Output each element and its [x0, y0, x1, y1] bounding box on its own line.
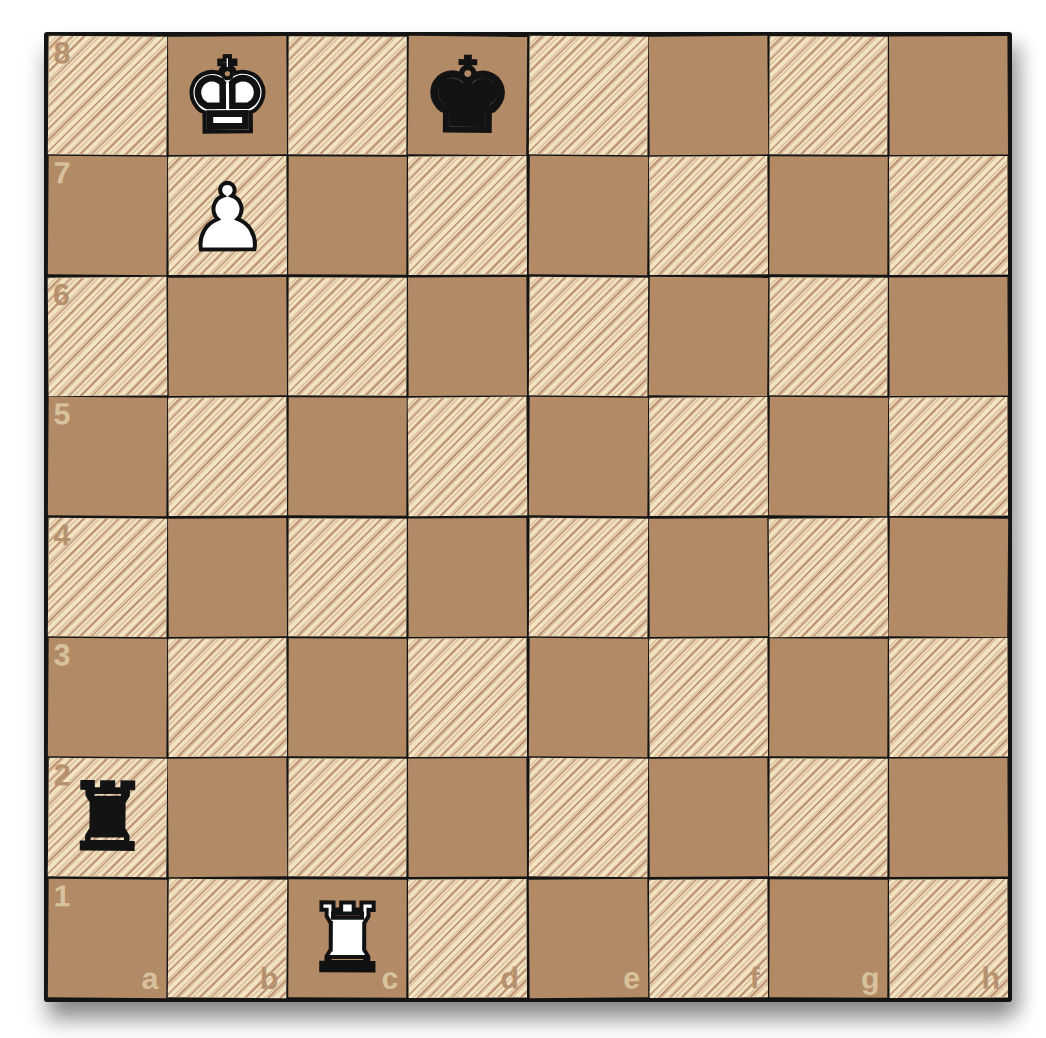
- square-c2[interactable]: [288, 758, 407, 877]
- white-king-icon[interactable]: ♚: [168, 36, 287, 155]
- file-label-e: e: [623, 963, 640, 994]
- square-c5[interactable]: [288, 397, 407, 516]
- square-d7[interactable]: [408, 156, 527, 275]
- square-g6[interactable]: [769, 277, 888, 396]
- rank-label-7: 7: [53, 158, 70, 189]
- chess-board-frame: 8♚♚7♟65432♜1abc♜defgh: [44, 32, 1012, 1002]
- square-g3[interactable]: [769, 638, 888, 757]
- square-g7[interactable]: [769, 157, 888, 276]
- file-label-g: g: [861, 963, 880, 993]
- square-h6[interactable]: [889, 277, 1008, 396]
- black-king-icon[interactable]: ♚: [408, 36, 528, 156]
- square-a8[interactable]: 8: [48, 36, 167, 156]
- square-b5[interactable]: [168, 397, 287, 516]
- square-f5[interactable]: [649, 397, 768, 516]
- square-e5[interactable]: [528, 397, 647, 517]
- square-g8[interactable]: [769, 36, 888, 155]
- rank-label-1: 1: [53, 881, 70, 912]
- square-b7[interactable]: ♟: [168, 156, 287, 275]
- rank-label-8: 8: [53, 38, 70, 69]
- square-e7[interactable]: [528, 156, 648, 276]
- rank-label-5: 5: [53, 399, 70, 430]
- square-a6[interactable]: 6: [48, 276, 168, 396]
- square-d2[interactable]: [408, 758, 527, 877]
- square-b4[interactable]: [168, 518, 287, 637]
- file-label-f: f: [749, 963, 759, 993]
- square-f6[interactable]: [648, 277, 768, 397]
- file-label-b: b: [260, 964, 279, 995]
- square-f7[interactable]: [649, 156, 768, 275]
- square-e4[interactable]: [528, 517, 647, 637]
- square-d8[interactable]: ♚: [408, 36, 528, 156]
- square-b3[interactable]: [168, 638, 287, 757]
- white-rook-icon[interactable]: ♜: [288, 879, 407, 998]
- square-d1[interactable]: d: [408, 879, 527, 998]
- square-d3[interactable]: [408, 638, 527, 757]
- square-d4[interactable]: [408, 518, 527, 637]
- square-d6[interactable]: [408, 277, 527, 396]
- file-label-a: a: [142, 964, 159, 995]
- square-c8[interactable]: [288, 36, 407, 155]
- square-c6[interactable]: [288, 277, 407, 396]
- square-c7[interactable]: [288, 157, 407, 276]
- square-g4[interactable]: [768, 517, 888, 637]
- square-a3[interactable]: 3: [48, 638, 167, 758]
- square-e8[interactable]: [528, 36, 647, 156]
- square-b2[interactable]: [168, 758, 288, 878]
- square-d5[interactable]: [408, 397, 528, 517]
- rank-label-6: 6: [53, 279, 70, 310]
- square-f4[interactable]: [649, 518, 768, 637]
- square-h8[interactable]: [889, 36, 1008, 155]
- white-pawn-icon[interactable]: ♟: [168, 156, 287, 275]
- square-a2[interactable]: 2♜: [48, 758, 168, 878]
- square-c4[interactable]: [288, 518, 407, 637]
- file-label-h: h: [981, 963, 1000, 993]
- square-c1[interactable]: c♜: [288, 879, 407, 998]
- square-h1[interactable]: h: [889, 879, 1008, 998]
- square-b1[interactable]: b: [168, 878, 288, 998]
- black-rook-icon[interactable]: ♜: [48, 758, 168, 878]
- square-b6[interactable]: [168, 277, 287, 396]
- square-a1[interactable]: 1a: [48, 878, 167, 998]
- square-a7[interactable]: 7: [48, 156, 167, 276]
- square-h7[interactable]: [889, 156, 1008, 275]
- page: 8♚♚7♟65432♜1abc♜defgh: [0, 0, 1046, 1038]
- square-h4[interactable]: [889, 517, 1009, 637]
- square-e1[interactable]: e: [528, 878, 648, 998]
- square-e6[interactable]: [528, 277, 647, 397]
- square-c3[interactable]: [288, 638, 407, 757]
- square-a4[interactable]: 4: [48, 517, 167, 637]
- square-b8[interactable]: ♚: [168, 36, 287, 155]
- square-a5[interactable]: 5: [48, 397, 167, 517]
- square-f3[interactable]: [649, 638, 768, 757]
- square-h2[interactable]: [889, 758, 1008, 877]
- rank-label-3: 3: [53, 640, 70, 671]
- square-g1[interactable]: g: [769, 879, 888, 998]
- rank-label-4: 4: [53, 519, 70, 550]
- square-g5[interactable]: [769, 397, 889, 517]
- square-f1[interactable]: f: [649, 879, 768, 998]
- square-h3[interactable]: [889, 638, 1008, 757]
- chess-board: 8♚♚7♟65432♜1abc♜defgh: [49, 37, 1007, 997]
- square-e2[interactable]: [528, 758, 647, 878]
- square-f2[interactable]: [649, 758, 768, 877]
- square-h5[interactable]: [889, 397, 1008, 516]
- square-e3[interactable]: [528, 638, 647, 758]
- file-label-d: d: [501, 963, 520, 993]
- square-f8[interactable]: [648, 36, 768, 156]
- square-g2[interactable]: [769, 758, 888, 877]
